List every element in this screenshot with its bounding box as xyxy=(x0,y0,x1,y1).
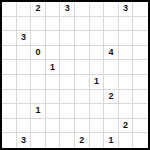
cell-r2c0[interactable] xyxy=(2,31,17,46)
cell-r9c6[interactable] xyxy=(90,133,105,148)
cell-r3c9[interactable] xyxy=(133,46,148,61)
cell-r6c1[interactable] xyxy=(17,90,32,105)
cell-r0c6[interactable] xyxy=(90,2,105,17)
cell-r7c4[interactable] xyxy=(60,104,75,119)
clue-cell-r5c6: 1 xyxy=(90,75,105,90)
cell-r9c0[interactable] xyxy=(2,133,17,148)
cell-r1c0[interactable] xyxy=(2,17,17,32)
cell-r5c5[interactable] xyxy=(75,75,90,90)
cell-r5c9[interactable] xyxy=(133,75,148,90)
cell-r8c0[interactable] xyxy=(2,119,17,134)
cell-r4c8[interactable] xyxy=(119,60,134,75)
cell-r3c3[interactable] xyxy=(46,46,61,61)
cell-r3c5[interactable] xyxy=(75,46,90,61)
cell-r2c4[interactable] xyxy=(60,31,75,46)
clue-cell-r6c7: 2 xyxy=(104,90,119,105)
cell-r4c1[interactable] xyxy=(17,60,32,75)
cell-r9c9[interactable] xyxy=(133,133,148,148)
cell-r6c3[interactable] xyxy=(46,90,61,105)
clue-cell-r0c4: 3 xyxy=(60,2,75,17)
clue-cell-r0c8: 3 xyxy=(119,2,134,17)
cell-r2c2[interactable] xyxy=(31,31,46,46)
cell-r8c9[interactable] xyxy=(133,119,148,134)
cell-r3c1[interactable] xyxy=(17,46,32,61)
cell-r1c6[interactable] xyxy=(90,17,105,32)
cell-r8c5[interactable] xyxy=(75,119,90,134)
cell-r8c1[interactable] xyxy=(17,119,32,134)
cell-r2c7[interactable] xyxy=(104,31,119,46)
cell-r7c0[interactable] xyxy=(2,104,17,119)
clue-cell-r4c3: 1 xyxy=(46,60,61,75)
cell-r8c7[interactable] xyxy=(104,119,119,134)
cell-r1c8[interactable] xyxy=(119,17,134,32)
cell-r8c2[interactable] xyxy=(31,119,46,134)
cell-r5c2[interactable] xyxy=(31,75,46,90)
cell-r4c0[interactable] xyxy=(2,60,17,75)
cell-r5c8[interactable] xyxy=(119,75,134,90)
cell-r1c9[interactable] xyxy=(133,17,148,32)
cell-r5c1[interactable] xyxy=(17,75,32,90)
cell-r4c5[interactable] xyxy=(75,60,90,75)
cell-r4c6[interactable] xyxy=(90,60,105,75)
cell-r0c1[interactable] xyxy=(17,2,32,17)
cell-r6c6[interactable] xyxy=(90,90,105,105)
cell-r2c5[interactable] xyxy=(75,31,90,46)
cell-r9c2[interactable] xyxy=(31,133,46,148)
cell-r8c3[interactable] xyxy=(46,119,61,134)
clue-cell-r0c2: 2 xyxy=(31,2,46,17)
cell-r1c2[interactable] xyxy=(31,17,46,32)
puzzle-board: 23330411212321 xyxy=(0,0,150,150)
cell-r9c8[interactable] xyxy=(119,133,134,148)
cell-r5c4[interactable] xyxy=(60,75,75,90)
cell-r4c4[interactable] xyxy=(60,60,75,75)
cell-r6c9[interactable] xyxy=(133,90,148,105)
cell-r7c8[interactable] xyxy=(119,104,134,119)
cell-r8c4[interactable] xyxy=(60,119,75,134)
clue-cell-r7c2: 1 xyxy=(31,104,46,119)
cell-r6c8[interactable] xyxy=(119,90,134,105)
cell-r1c1[interactable] xyxy=(17,17,32,32)
cell-r7c9[interactable] xyxy=(133,104,148,119)
cell-r3c0[interactable] xyxy=(2,46,17,61)
cell-r7c5[interactable] xyxy=(75,104,90,119)
cell-r0c7[interactable] xyxy=(104,2,119,17)
cell-r1c5[interactable] xyxy=(75,17,90,32)
cell-r6c5[interactable] xyxy=(75,90,90,105)
cell-r2c9[interactable] xyxy=(133,31,148,46)
cell-r6c4[interactable] xyxy=(60,90,75,105)
clue-cell-r9c7: 1 xyxy=(104,133,119,148)
cell-r4c7[interactable] xyxy=(104,60,119,75)
cell-r5c0[interactable] xyxy=(2,75,17,90)
cell-r7c7[interactable] xyxy=(104,104,119,119)
clue-cell-r2c1: 3 xyxy=(17,31,32,46)
cell-r9c4[interactable] xyxy=(60,133,75,148)
cell-r1c4[interactable] xyxy=(60,17,75,32)
cell-r1c7[interactable] xyxy=(104,17,119,32)
cell-r6c0[interactable] xyxy=(2,90,17,105)
cell-r8c6[interactable] xyxy=(90,119,105,134)
clue-cell-r8c8: 2 xyxy=(119,119,134,134)
cell-r2c8[interactable] xyxy=(119,31,134,46)
cell-r2c6[interactable] xyxy=(90,31,105,46)
cell-r7c6[interactable] xyxy=(90,104,105,119)
cell-r0c5[interactable] xyxy=(75,2,90,17)
cell-r3c4[interactable] xyxy=(60,46,75,61)
cell-r9c3[interactable] xyxy=(46,133,61,148)
cell-r2c3[interactable] xyxy=(46,31,61,46)
cell-r6c2[interactable] xyxy=(31,90,46,105)
clue-cell-r3c7: 4 xyxy=(104,46,119,61)
cell-r0c3[interactable] xyxy=(46,2,61,17)
cell-r5c7[interactable] xyxy=(104,75,119,90)
cell-r7c1[interactable] xyxy=(17,104,32,119)
cell-r4c2[interactable] xyxy=(31,60,46,75)
cell-r3c8[interactable] xyxy=(119,46,134,61)
clue-cell-r9c1: 3 xyxy=(17,133,32,148)
cell-r7c3[interactable] xyxy=(46,104,61,119)
cell-r3c6[interactable] xyxy=(90,46,105,61)
cell-r0c9[interactable] xyxy=(133,2,148,17)
cell-r0c0[interactable] xyxy=(2,2,17,17)
cell-r1c3[interactable] xyxy=(46,17,61,32)
cell-r5c3[interactable] xyxy=(46,75,61,90)
clue-cell-r3c2: 0 xyxy=(31,46,46,61)
clue-cell-r9c5: 2 xyxy=(75,133,90,148)
cell-r4c9[interactable] xyxy=(133,60,148,75)
